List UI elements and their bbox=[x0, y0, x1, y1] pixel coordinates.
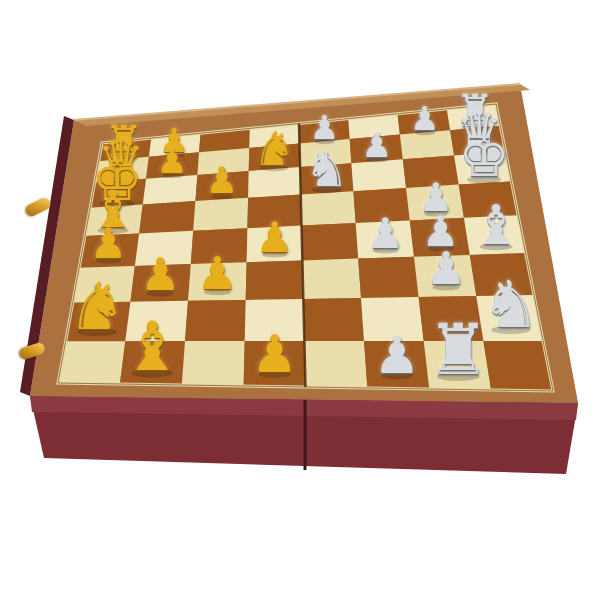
square-b1 bbox=[120, 341, 185, 385]
square-g1 bbox=[424, 341, 491, 390]
piece-shadow bbox=[162, 174, 183, 179]
square-h1 bbox=[483, 341, 553, 391]
square-f2 bbox=[361, 297, 424, 341]
piece-shadow bbox=[211, 194, 233, 199]
square-f3 bbox=[358, 257, 418, 298]
square-g2 bbox=[419, 296, 484, 341]
piece-shadow bbox=[424, 211, 448, 216]
square-c1 bbox=[182, 341, 245, 386]
piece-shadow bbox=[366, 158, 387, 163]
square-b6 bbox=[143, 175, 198, 205]
piece-shadow bbox=[462, 126, 489, 132]
square-c2 bbox=[185, 300, 246, 341]
piece-shadow bbox=[111, 157, 138, 163]
square-e1 bbox=[304, 341, 367, 388]
piece-shadow bbox=[381, 372, 412, 379]
piece-shadow bbox=[259, 371, 290, 378]
piece-shadow bbox=[164, 153, 184, 157]
square-f5 bbox=[353, 188, 409, 223]
square-b2 bbox=[125, 301, 188, 341]
piece-shadow bbox=[100, 200, 135, 208]
square-f6 bbox=[351, 159, 406, 191]
piece-shadow bbox=[415, 131, 435, 135]
piece-shadow bbox=[480, 243, 513, 250]
square-d2 bbox=[245, 299, 305, 341]
piece-shadow bbox=[432, 284, 459, 290]
piece-shadow bbox=[132, 369, 173, 378]
piece-shadow bbox=[78, 327, 117, 336]
piece-shadow bbox=[260, 165, 288, 171]
piece-shadow bbox=[491, 325, 530, 334]
square-h5 bbox=[459, 181, 518, 217]
square-d1 bbox=[244, 341, 306, 387]
square-g3 bbox=[414, 255, 476, 297]
square-e2 bbox=[303, 298, 364, 341]
piece-shadow bbox=[315, 140, 335, 144]
square-e4 bbox=[302, 223, 359, 260]
chess-set-photo: ♜♟♟♟♜♛♟♞♟♛♚♟♞♚♝♟♟♟♟♟♝♟♟♟♞♞♝♟♟♜ bbox=[0, 0, 600, 600]
chess-board bbox=[0, 0, 600, 600]
square-b5 bbox=[139, 201, 195, 233]
piece-shadow bbox=[262, 252, 287, 258]
piece-shadow bbox=[428, 246, 453, 252]
square-h3 bbox=[470, 253, 534, 296]
square-f1 bbox=[364, 341, 429, 389]
square-c7 bbox=[197, 148, 249, 175]
piece-shadow bbox=[312, 187, 342, 194]
square-a1 bbox=[58, 341, 125, 384]
square-e3 bbox=[302, 259, 361, 299]
piece-shadow bbox=[105, 176, 137, 183]
piece-shadow bbox=[373, 248, 398, 254]
piece-shadow bbox=[147, 290, 174, 296]
piece-shadow bbox=[437, 372, 479, 381]
piece-shadow bbox=[463, 149, 495, 156]
square-c4 bbox=[191, 228, 248, 264]
square-d6 bbox=[248, 167, 301, 198]
square-g6 bbox=[403, 155, 459, 188]
piece-shadow bbox=[96, 258, 121, 264]
square-c5 bbox=[193, 198, 248, 231]
square-a3 bbox=[73, 266, 135, 303]
square-d5 bbox=[247, 195, 301, 229]
piece-shadow bbox=[204, 289, 231, 295]
piece-shadow bbox=[467, 176, 502, 184]
square-h2 bbox=[476, 295, 543, 341]
piece-shadow bbox=[98, 227, 129, 234]
square-e5 bbox=[301, 191, 356, 225]
square-d3 bbox=[246, 260, 304, 300]
square-b4 bbox=[135, 231, 193, 266]
